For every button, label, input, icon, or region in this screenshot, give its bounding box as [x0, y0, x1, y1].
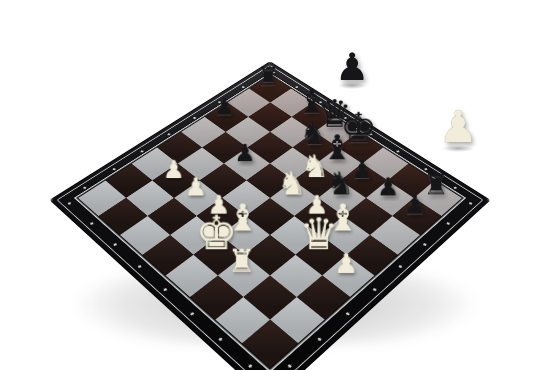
chess-board: ♜♝♛♚♜♞♝♟♟♟♟♞♞♟♞♟♝♛♟♟♟♟♝♚♜ [51, 62, 489, 370]
piece-black-pawn-c5: ♟ [234, 141, 256, 165]
perspective-scene: ♜♝♛♚♜♞♝♟♟♟♟♞♞♟♞♟♝♛♟♟♟♟♝♚♜ [0, 0, 540, 370]
piece-white-rook-f2: ♜ [228, 245, 256, 277]
piece-white-pawn-h4: ♟ [334, 250, 358, 277]
piece-black-pawn-g7: ♟ [377, 174, 399, 199]
board-frame: ♜♝♛♚♜♞♝♟♟♟♟♞♞♟♞♟♝♛♟♟♟♟♝♚♜ [51, 62, 489, 370]
piece-black-pawn-a6: ♟ [214, 95, 234, 118]
piece-black-rook-h8: ♜ [423, 170, 449, 199]
captured-white-pawn: ♟ [439, 105, 478, 149]
piece-white-pawn-c3: ♟ [185, 174, 207, 199]
piece-cast-shadow [442, 145, 474, 152]
piece-black-pawn-h7: ♟ [404, 192, 427, 217]
captured-black-pawn: ♟ [335, 48, 369, 86]
product-photo-chess-set: ♜♝♛♚♜♞♝♟♟♟♟♞♞♟♞♟♝♛♟♟♟♟♝♚♜ ♟♟ [0, 0, 540, 370]
board-grid: ♜♝♛♚♜♞♝♟♟♟♟♞♞♟♞♟♝♛♟♟♟♟♝♚♜ [78, 75, 462, 368]
piece-white-queen-g4: ♛ [300, 213, 339, 257]
piece-black-knight-f6: ♞ [326, 167, 355, 199]
square-h4: ♟ [322, 255, 374, 297]
piece-black-rook-a8: ♜ [257, 64, 280, 89]
piece-white-pawn-b3: ♟ [163, 157, 185, 181]
square-e1 [166, 255, 218, 297]
piece-cast-shadow [338, 82, 365, 89]
piece-white-knight-e5: ♞ [278, 167, 307, 199]
